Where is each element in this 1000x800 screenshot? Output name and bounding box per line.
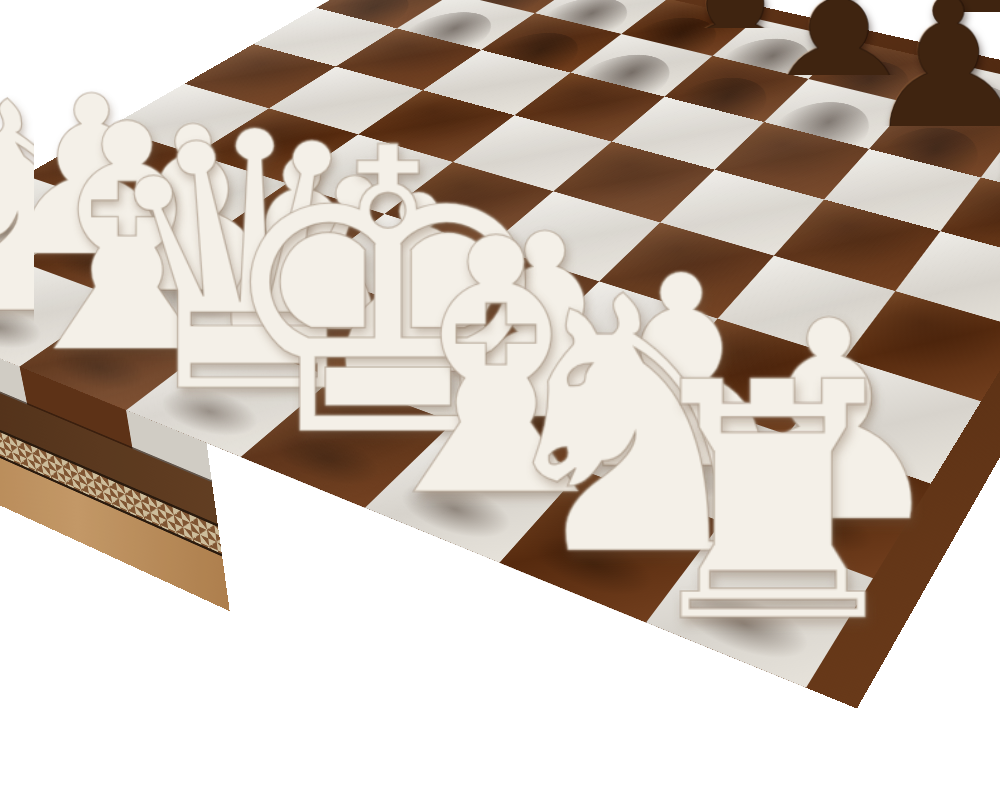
board-top-surface: ♜♞♝♛♚♝♞♜♟♟♟♟♟♟♟♟♟♟♟♟♟♟♟♟♜♞♝♛♚♝♞♜ — [0, 0, 1000, 709]
piece-black-pawn[interactable]: ♟ — [652, 0, 763, 114]
piece-black-pawn[interactable]: ♟ — [753, 0, 867, 141]
screenshot-root: ♜♞♝♛♚♝♞♜♟♟♟♟♟♟♟♟♟♟♟♟♟♟♟♟♜♞♝♛♚♝♞♜ — [0, 0, 1000, 800]
piece-white-knight[interactable]: ♞ — [476, 251, 647, 604]
piece-black-pawn[interactable]: ♟ — [466, 0, 571, 66]
piece-black-pawn[interactable]: ♟ — [974, 0, 1000, 199]
square-h7[interactable]: ♟ — [981, 129, 1000, 208]
playing-surface-grid: ♜♞♝♛♚♝♞♜♟♟♟♟♟♟♟♟♟♟♟♟♟♟♟♟♜♞♝♛♚♝♞♜ — [0, 0, 1000, 688]
piece-black-pawn[interactable]: ♟ — [557, 0, 665, 89]
piece-white-rook[interactable]: ♜ — [626, 340, 805, 668]
square-h1[interactable]: ♜ — [646, 522, 873, 688]
chess-board-assembly: ♜♞♝♛♚♝♞♜♟♟♟♟♟♟♟♟♟♟♟♟♟♟♟♟♜♞♝♛♚♝♞♜ — [0, 0, 1000, 709]
piece-black-pawn[interactable]: ♟ — [861, 0, 979, 169]
